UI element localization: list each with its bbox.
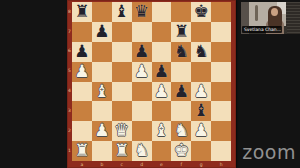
piece-white-pawn: ♟ bbox=[191, 82, 211, 102]
square-d7[interactable] bbox=[132, 22, 152, 42]
piece-white-bishop: ♝ bbox=[92, 82, 112, 102]
board-grid: ♜♝♛♚♟♜♟♟♞♞♟♟♟♝♟♟♟♝♟♛♝♞♟♜♜♞♚ bbox=[72, 2, 231, 161]
square-h3[interactable] bbox=[211, 101, 231, 121]
piece-black-king: ♚ bbox=[191, 2, 211, 22]
participant-name-badge: Svetlana Chan... bbox=[242, 26, 282, 33]
square-b7[interactable]: ♟ bbox=[92, 22, 112, 42]
square-c5[interactable] bbox=[112, 62, 132, 82]
piece-white-pawn: ♟ bbox=[152, 82, 172, 102]
square-f4[interactable]: ♟ bbox=[171, 82, 191, 102]
square-e1[interactable] bbox=[152, 141, 172, 161]
zoom-logo: zoom bbox=[242, 143, 296, 162]
square-g8[interactable]: ♚ bbox=[191, 2, 211, 22]
piece-white-rook: ♜ bbox=[112, 141, 132, 161]
screen: 87654321 abcdefgh ♜♝♛♚♟♜♟♟♞♞♟♟♟♝♟♟♟♝♟♛♝♞… bbox=[0, 0, 300, 168]
square-g3[interactable]: ♝ bbox=[191, 101, 211, 121]
square-e8[interactable] bbox=[152, 2, 172, 22]
square-h1[interactable] bbox=[211, 141, 231, 161]
square-g2[interactable]: ♟ bbox=[191, 121, 211, 141]
piece-white-bishop: ♝ bbox=[152, 121, 172, 141]
piece-black-bishop: ♝ bbox=[191, 101, 211, 121]
plant bbox=[255, 5, 258, 21]
square-c8[interactable]: ♝ bbox=[112, 2, 132, 22]
square-f8[interactable] bbox=[171, 2, 191, 22]
square-c7[interactable] bbox=[112, 22, 132, 42]
piece-white-pawn: ♟ bbox=[132, 62, 152, 82]
square-e7[interactable] bbox=[152, 22, 172, 42]
file-labels: abcdefgh bbox=[72, 161, 231, 168]
square-a2[interactable] bbox=[72, 121, 92, 141]
square-h4[interactable] bbox=[211, 82, 231, 102]
square-d2[interactable] bbox=[132, 121, 152, 141]
square-a6[interactable]: ♟ bbox=[72, 42, 92, 62]
piece-white-queen: ♛ bbox=[112, 121, 132, 141]
square-f3[interactable] bbox=[171, 101, 191, 121]
square-f6[interactable]: ♞ bbox=[171, 42, 191, 62]
piece-black-knight: ♞ bbox=[171, 42, 191, 62]
square-a1[interactable]: ♜ bbox=[72, 141, 92, 161]
file-label-b: b bbox=[92, 161, 112, 168]
square-d5[interactable]: ♟ bbox=[132, 62, 152, 82]
square-d1[interactable]: ♞ bbox=[132, 141, 152, 161]
file-label-f: f bbox=[171, 161, 191, 168]
chess-board: 87654321 abcdefgh ♜♝♛♚♟♜♟♟♞♞♟♟♟♝♟♟♟♝♟♛♝♞… bbox=[67, 0, 236, 168]
square-c3[interactable] bbox=[112, 101, 132, 121]
piece-black-pawn: ♟ bbox=[171, 82, 191, 102]
square-e6[interactable] bbox=[152, 42, 172, 62]
piece-white-pawn: ♟ bbox=[191, 121, 211, 141]
piece-black-pawn: ♟ bbox=[152, 62, 172, 82]
square-c2[interactable]: ♛ bbox=[112, 121, 132, 141]
square-b8[interactable] bbox=[92, 2, 112, 22]
piece-white-pawn: ♟ bbox=[92, 121, 112, 141]
square-e3[interactable] bbox=[152, 101, 172, 121]
square-g5[interactable] bbox=[191, 62, 211, 82]
square-c6[interactable] bbox=[112, 42, 132, 62]
file-label-c: c bbox=[112, 161, 132, 168]
file-label-g: g bbox=[191, 161, 211, 168]
square-h6[interactable] bbox=[211, 42, 231, 62]
piece-white-knight: ♞ bbox=[132, 141, 152, 161]
square-b5[interactable] bbox=[92, 62, 112, 82]
square-e4[interactable]: ♟ bbox=[152, 82, 172, 102]
square-b4[interactable]: ♝ bbox=[92, 82, 112, 102]
participant-face bbox=[271, 8, 278, 16]
square-h2[interactable] bbox=[211, 121, 231, 141]
square-h5[interactable] bbox=[211, 62, 231, 82]
participant-name: Svetlana Chan... bbox=[244, 27, 281, 32]
square-d6[interactable]: ♟ bbox=[132, 42, 152, 62]
piece-black-bishop: ♝ bbox=[112, 2, 132, 22]
file-label-a: a bbox=[72, 161, 92, 168]
square-e5[interactable]: ♟ bbox=[152, 62, 172, 82]
square-b2[interactable]: ♟ bbox=[92, 121, 112, 141]
square-f1[interactable]: ♚ bbox=[171, 141, 191, 161]
square-a5[interactable]: ♟ bbox=[72, 62, 92, 82]
square-g1[interactable] bbox=[191, 141, 211, 161]
piece-white-rook: ♜ bbox=[72, 141, 92, 161]
piece-black-knight: ♞ bbox=[191, 42, 211, 62]
square-f7[interactable]: ♜ bbox=[171, 22, 191, 42]
piece-black-rook: ♜ bbox=[171, 22, 191, 42]
shelving bbox=[286, 2, 300, 34]
square-d3[interactable] bbox=[132, 101, 152, 121]
file-label-h: h bbox=[211, 161, 231, 168]
square-b1[interactable] bbox=[92, 141, 112, 161]
piece-white-pawn: ♟ bbox=[72, 62, 92, 82]
piece-black-queen: ♛ bbox=[132, 2, 152, 22]
piece-black-pawn: ♟ bbox=[132, 42, 152, 62]
square-g4[interactable]: ♟ bbox=[191, 82, 211, 102]
square-a7[interactable] bbox=[72, 22, 92, 42]
square-a8[interactable]: ♜ bbox=[72, 2, 92, 22]
square-a4[interactable] bbox=[72, 82, 92, 102]
piece-white-knight: ♞ bbox=[171, 121, 191, 141]
square-h8[interactable] bbox=[211, 2, 231, 22]
square-f5[interactable] bbox=[171, 62, 191, 82]
square-d4[interactable] bbox=[132, 82, 152, 102]
square-e2[interactable]: ♝ bbox=[152, 121, 172, 141]
square-c1[interactable]: ♜ bbox=[112, 141, 132, 161]
square-h7[interactable] bbox=[211, 22, 231, 42]
piece-black-pawn: ♟ bbox=[72, 42, 92, 62]
square-c4[interactable] bbox=[112, 82, 132, 102]
square-d8[interactable]: ♛ bbox=[132, 2, 152, 22]
square-g6[interactable]: ♞ bbox=[191, 42, 211, 62]
square-g7[interactable] bbox=[191, 22, 211, 42]
square-b3[interactable] bbox=[92, 101, 112, 121]
square-f2[interactable]: ♞ bbox=[171, 121, 191, 141]
square-a3[interactable] bbox=[72, 101, 92, 121]
piece-black-rook: ♜ bbox=[72, 2, 92, 22]
piece-white-king: ♚ bbox=[171, 141, 191, 161]
file-label-e: e bbox=[152, 161, 172, 168]
file-label-d: d bbox=[132, 161, 152, 168]
piece-black-pawn: ♟ bbox=[92, 22, 112, 42]
participant-video[interactable]: Svetlana Chan... bbox=[241, 2, 300, 34]
square-b6[interactable] bbox=[92, 42, 112, 62]
